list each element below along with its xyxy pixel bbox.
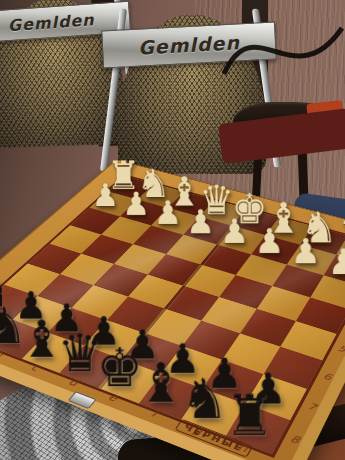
square-d5 <box>128 275 183 309</box>
chair-brand-text: Gemlden <box>7 10 95 35</box>
square-f3 <box>236 254 287 286</box>
black-rook-h8: ♜ <box>224 387 274 443</box>
white-pawn-g2: ♟ <box>286 234 325 269</box>
black-bishop-f8: ♝ <box>137 356 185 410</box>
white-pawn-f2: ♟ <box>250 225 288 259</box>
scene: Gemlden Gemlden ♜♞♝♛♚♝♞♜♟♟♟♟♟♟♟♟♟♟♟♟♟♟♟♟… <box>0 0 345 460</box>
white-pawn-h2: ♟ <box>323 245 345 280</box>
square-h4 <box>296 297 345 333</box>
white-pawn-e2: ♟ <box>216 215 254 248</box>
white-pawn-c2: ♟ <box>150 197 186 229</box>
black-knight-g8: ♞ <box>180 371 229 426</box>
power-cable <box>220 0 345 115</box>
white-pawn-d2: ♟ <box>182 206 219 239</box>
square-h3 <box>310 275 345 309</box>
